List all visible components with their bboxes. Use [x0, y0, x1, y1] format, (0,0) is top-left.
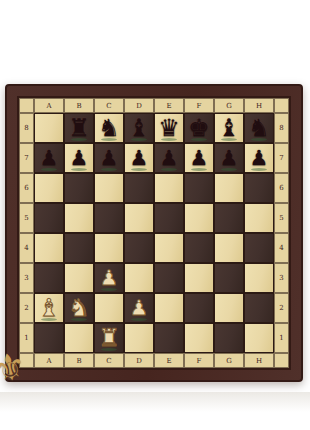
square-g6: [214, 173, 244, 203]
square-e2: [154, 293, 184, 323]
black-bishop: ♝: [214, 113, 244, 143]
board-frame: ABCDEFGH8♜♞♝♛♚♝♞87♟♟♟♟♟♟♟♟76655443♟32♝♞♟…: [5, 84, 303, 382]
square-e1: [154, 323, 184, 353]
file-label-e-top: E: [154, 98, 184, 113]
square-e8: ♛: [154, 113, 184, 143]
rank-label-1-right: 1: [274, 323, 289, 353]
white-knight: ♞: [64, 293, 94, 323]
square-b8: ♜: [64, 113, 94, 143]
white-pawn: ♟: [94, 263, 124, 293]
square-e4: [154, 233, 184, 263]
square-c2: [94, 293, 124, 323]
square-f1: [184, 323, 214, 353]
file-label-h-top: H: [244, 98, 274, 113]
rank-label-8-left: 8: [19, 113, 34, 143]
square-h6: [244, 173, 274, 203]
file-label-f-bottom: F: [184, 353, 214, 368]
black-pawn: ♟: [214, 143, 244, 173]
white-rook: ♜: [94, 323, 124, 353]
black-rook: ♜: [64, 113, 94, 143]
file-label-a-bottom: A: [34, 353, 64, 368]
square-h7: ♟: [244, 143, 274, 173]
file-label-a-top: A: [34, 98, 64, 113]
square-c8: ♞: [94, 113, 124, 143]
square-b7: ♟: [64, 143, 94, 173]
square-d6: [124, 173, 154, 203]
rank-label-4-right: 4: [274, 233, 289, 263]
square-b5: [64, 203, 94, 233]
frame-corner: [19, 98, 34, 113]
square-d5: [124, 203, 154, 233]
floor-shadow: [0, 392, 310, 412]
square-a6: [34, 173, 64, 203]
square-c6: [94, 173, 124, 203]
square-c7: ♟: [94, 143, 124, 173]
file-label-h-bottom: H: [244, 353, 274, 368]
square-f4: [184, 233, 214, 263]
black-pawn: ♟: [64, 143, 94, 173]
rank-label-6-right: 6: [274, 173, 289, 203]
square-g1: [214, 323, 244, 353]
square-f6: [184, 173, 214, 203]
black-queen: ♛: [154, 113, 184, 143]
square-a5: [34, 203, 64, 233]
frame-corner: [274, 98, 289, 113]
square-f8: ♚: [184, 113, 214, 143]
file-label-c-bottom: C: [94, 353, 124, 368]
square-e3: [154, 263, 184, 293]
rank-label-8-right: 8: [274, 113, 289, 143]
square-h1: [244, 323, 274, 353]
square-c4: [94, 233, 124, 263]
file-label-g-top: G: [214, 98, 244, 113]
rank-label-6-left: 6: [19, 173, 34, 203]
square-h5: [244, 203, 274, 233]
square-a7: ♟: [34, 143, 64, 173]
square-d3: [124, 263, 154, 293]
square-e6: [154, 173, 184, 203]
square-a8: [34, 113, 64, 143]
square-g2: [214, 293, 244, 323]
square-b4: [64, 233, 94, 263]
white-bishop: ♝: [34, 293, 64, 323]
square-g3: [214, 263, 244, 293]
square-b6: [64, 173, 94, 203]
square-b3: [64, 263, 94, 293]
rank-label-4-left: 4: [19, 233, 34, 263]
black-knight: ♞: [244, 113, 274, 143]
square-h8: ♞: [244, 113, 274, 143]
square-d7: ♟: [124, 143, 154, 173]
black-pawn: ♟: [94, 143, 124, 173]
square-c1: ♜: [94, 323, 124, 353]
square-c5: [94, 203, 124, 233]
black-pawn: ♟: [244, 143, 274, 173]
frame-corner: [274, 353, 289, 368]
file-label-d-top: D: [124, 98, 154, 113]
black-pawn: ♟: [34, 143, 64, 173]
square-a3: [34, 263, 64, 293]
black-pawn: ♟: [154, 143, 184, 173]
rank-label-3-left: 3: [19, 263, 34, 293]
chess-board: ABCDEFGH8♜♞♝♛♚♝♞87♟♟♟♟♟♟♟♟76655443♟32♝♞♟…: [19, 98, 289, 368]
file-label-c-top: C: [94, 98, 124, 113]
square-a4: [34, 233, 64, 263]
square-b2: ♞: [64, 293, 94, 323]
square-f7: ♟: [184, 143, 214, 173]
square-d8: ♝: [124, 113, 154, 143]
square-h2: [244, 293, 274, 323]
file-label-e-bottom: E: [154, 353, 184, 368]
black-pawn: ♟: [184, 143, 214, 173]
square-h3: [244, 263, 274, 293]
square-f3: [184, 263, 214, 293]
file-label-d-bottom: D: [124, 353, 154, 368]
rank-label-2-right: 2: [274, 293, 289, 323]
square-d2: ♟: [124, 293, 154, 323]
rank-label-7-left: 7: [19, 143, 34, 173]
rank-label-7-right: 7: [274, 143, 289, 173]
file-label-g-bottom: G: [214, 353, 244, 368]
square-g8: ♝: [214, 113, 244, 143]
square-g7: ♟: [214, 143, 244, 173]
square-f2: [184, 293, 214, 323]
file-label-b-top: B: [64, 98, 94, 113]
square-c3: ♟: [94, 263, 124, 293]
square-b1: [64, 323, 94, 353]
rank-label-3-right: 3: [274, 263, 289, 293]
rank-label-2-left: 2: [19, 293, 34, 323]
square-e7: ♟: [154, 143, 184, 173]
square-a1: [34, 323, 64, 353]
square-f5: [184, 203, 214, 233]
black-bishop: ♝: [124, 113, 154, 143]
square-d4: [124, 233, 154, 263]
black-king: ♚: [184, 113, 214, 143]
rank-label-5-right: 5: [274, 203, 289, 233]
square-e5: [154, 203, 184, 233]
black-pawn: ♟: [124, 143, 154, 173]
square-h4: [244, 233, 274, 263]
file-label-b-bottom: B: [64, 353, 94, 368]
square-g5: [214, 203, 244, 233]
rank-label-5-left: 5: [19, 203, 34, 233]
black-knight: ♞: [94, 113, 124, 143]
square-a2: ♝: [34, 293, 64, 323]
white-pawn: ♟: [124, 293, 154, 323]
square-g4: [214, 233, 244, 263]
product-photo-stage: ABCDEFGH8♜♞♝♛♚♝♞87♟♟♟♟♟♟♟♟76655443♟32♝♞♟…: [0, 0, 310, 430]
file-label-f-top: F: [184, 98, 214, 113]
square-d1: [124, 323, 154, 353]
